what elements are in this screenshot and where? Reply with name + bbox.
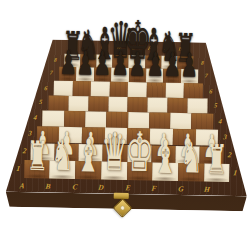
brass-latch-icon [0, 0, 250, 241]
latch-clasp [113, 198, 133, 218]
chess-set-photo: 8877665544332211ABCDEFGHABCDEFGH ♜♞♝♛♚♝♞… [0, 0, 250, 241]
folding-chess-board: 8877665544332211ABCDEFGHABCDEFGH ♜♞♝♛♚♝♞… [0, 0, 250, 241]
latch-hole [120, 205, 126, 211]
